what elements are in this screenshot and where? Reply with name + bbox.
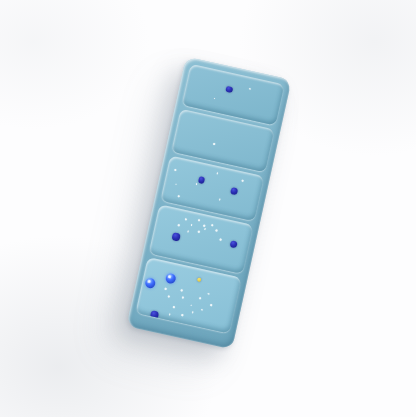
glitter-speck xyxy=(208,293,210,295)
glitter-speck xyxy=(199,297,201,299)
glitter-speck xyxy=(164,288,166,290)
glitter-speck xyxy=(214,97,216,99)
glitter-speck xyxy=(241,180,243,182)
glitter-speck xyxy=(217,173,219,175)
glitter-speck xyxy=(213,143,215,145)
glitter-speck xyxy=(216,229,218,231)
glitter-speck xyxy=(181,314,183,316)
yellow-dot xyxy=(196,278,201,283)
glitter-speck xyxy=(181,289,183,291)
glitter-speck xyxy=(219,199,221,201)
navy-dot xyxy=(150,310,160,320)
glitter-speck xyxy=(191,224,193,226)
glitter-speck xyxy=(196,183,198,185)
navy-dot xyxy=(197,176,205,184)
glitter-speck xyxy=(167,295,169,297)
glitter-speck xyxy=(178,224,180,226)
navy-dot xyxy=(225,86,233,94)
gem-dot xyxy=(144,277,156,289)
glitter-speck xyxy=(198,231,200,233)
gem-sparkle xyxy=(168,275,172,279)
glitter-speck xyxy=(182,296,184,298)
glitter-speck xyxy=(204,228,206,230)
glitter-speck xyxy=(192,312,194,314)
glitter-speck xyxy=(198,219,200,221)
glitter-speck xyxy=(174,169,176,171)
product-photo xyxy=(0,0,416,417)
glitter-speck xyxy=(220,238,222,240)
wax-snap-bar xyxy=(126,57,291,350)
glitter-speck xyxy=(190,304,192,306)
navy-dot xyxy=(230,187,238,195)
glitter-speck xyxy=(211,224,213,226)
glitter-speck xyxy=(187,230,189,232)
glitter-speck xyxy=(185,218,187,220)
glitter-speck xyxy=(210,304,212,306)
glitter-speck xyxy=(203,225,205,227)
glitter-speck xyxy=(201,309,203,311)
glitter-speck xyxy=(175,183,177,185)
gem-sparkle xyxy=(148,280,152,284)
navy-dot xyxy=(171,232,180,241)
navy-dot xyxy=(229,240,237,248)
gem-dot xyxy=(165,272,177,284)
glitter-speck xyxy=(173,306,175,308)
glitter-speck xyxy=(169,314,171,316)
glitter-speck xyxy=(178,195,180,197)
glitter-speck xyxy=(249,88,251,90)
